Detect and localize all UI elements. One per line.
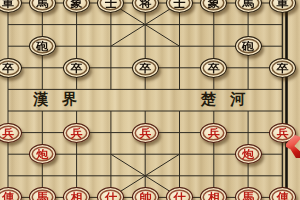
piece-character: 卒 (2, 62, 14, 73)
piece-red-advisor[interactable]: 仕 (97, 187, 124, 200)
piece-character: 兵 (276, 127, 288, 138)
piece-character: 卒 (139, 62, 151, 73)
piece-black-soldier[interactable]: 卒 (132, 58, 159, 78)
piece-character: 馬 (242, 192, 254, 200)
piece-character: 馬 (36, 0, 48, 9)
piece-character: 車 (2, 0, 14, 9)
piece-character: 将 (139, 0, 151, 9)
piece-character: 相 (71, 192, 83, 200)
piece-character: 卒 (276, 62, 288, 73)
piece-character: 相 (208, 192, 220, 200)
piece-character: 兵 (139, 127, 151, 138)
piece-character: 車 (276, 0, 288, 9)
piece-character: 仕 (105, 192, 117, 200)
piece-character: 卒 (71, 62, 83, 73)
piece-black-soldier[interactable]: 卒 (200, 58, 227, 78)
piece-red-horse[interactable]: 馬 (235, 187, 262, 200)
piece-character: 帥 (139, 192, 151, 200)
piece-character: 砲 (242, 41, 254, 52)
piece-red-rook[interactable]: 俥 (269, 187, 296, 200)
piece-red-soldier[interactable]: 兵 (63, 123, 90, 143)
piece-character: 馬 (36, 192, 48, 200)
piece-red-horse[interactable]: 馬 (29, 187, 56, 200)
piece-character: 炮 (242, 149, 254, 160)
piece-black-cannon[interactable]: 砲 (29, 36, 56, 56)
piece-black-soldier[interactable]: 卒 (63, 58, 90, 78)
piece-red-rook[interactable]: 俥 (0, 187, 22, 200)
piece-character: 兵 (208, 127, 220, 138)
piece-character: 砲 (36, 41, 48, 52)
piece-black-soldier[interactable]: 卒 (269, 58, 296, 78)
river-label-left: 漢界 (33, 88, 91, 110)
piece-character: 俥 (2, 192, 14, 200)
piece-red-advisor[interactable]: 仕 (166, 187, 193, 200)
piece-character: 仕 (174, 192, 186, 200)
piece-black-soldier[interactable]: 卒 (0, 58, 22, 78)
piece-character: 俥 (276, 192, 288, 200)
piece-red-soldier[interactable]: 兵 (132, 123, 159, 143)
piece-character: 炮 (36, 149, 48, 160)
piece-character: 卒 (208, 62, 220, 73)
piece-red-elephant[interactable]: 相 (200, 187, 227, 200)
piece-character: 象 (71, 0, 83, 9)
piece-red-general[interactable]: 帥 (132, 187, 159, 200)
piece-character: 兵 (71, 127, 83, 138)
piece-character: 馬 (242, 0, 254, 9)
piece-red-soldier[interactable]: 兵 (200, 123, 227, 143)
piece-black-cannon[interactable]: 砲 (235, 36, 262, 56)
river-label-right: 楚河 (201, 88, 259, 110)
piece-character: 象 (208, 0, 220, 9)
piece-red-cannon[interactable]: 炮 (235, 144, 262, 164)
piece-red-elephant[interactable]: 相 (63, 187, 90, 200)
piece-character: 士 (174, 0, 186, 9)
xiangqi-board[interactable]: 漢界 楚河 車馬象士将士象馬車砲砲卒卒卒卒卒兵兵兵兵兵炮炮俥馬相仕帥仕相馬俥 (0, 0, 300, 200)
piece-character: 士 (105, 0, 117, 9)
piece-red-soldier[interactable]: 兵 (0, 123, 22, 143)
piece-red-cannon[interactable]: 炮 (29, 144, 56, 164)
piece-character: 兵 (2, 127, 14, 138)
